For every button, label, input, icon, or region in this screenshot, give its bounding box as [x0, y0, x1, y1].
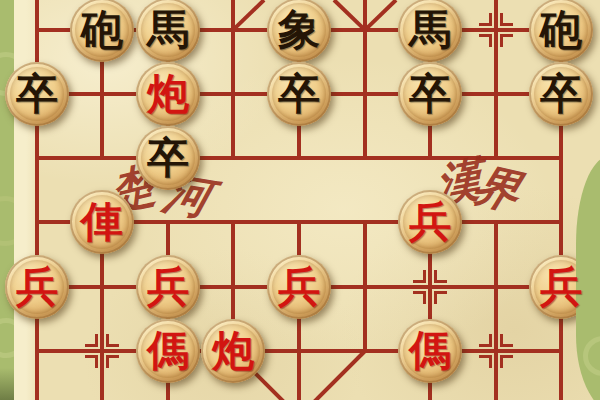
- piece-red-horse-g7[interactable]: 傌: [398, 319, 462, 383]
- marker-bracket: [106, 355, 119, 368]
- marker-bracket: [434, 291, 447, 304]
- point-marker-g6: [412, 269, 448, 305]
- point-marker-b7: [84, 333, 120, 369]
- piece-black-cannon-b2[interactable]: 砲: [70, 0, 134, 62]
- piece-black-cannon-i2[interactable]: 砲: [529, 0, 593, 62]
- piece-red-soldier-a6[interactable]: 兵: [5, 255, 69, 319]
- marker-bracket: [85, 334, 98, 347]
- piece-character: 兵: [409, 201, 451, 243]
- grid-line: [35, 0, 39, 400]
- piece-black-horse-g2[interactable]: 馬: [398, 0, 462, 62]
- marker-bracket: [479, 13, 492, 26]
- grid-line: [333, 0, 367, 31]
- piece-character: 炮: [147, 73, 189, 115]
- piece-black-elephant-e2[interactable]: 象: [267, 0, 331, 62]
- marker-bracket: [106, 334, 119, 347]
- piece-character: 傌: [147, 330, 189, 372]
- piece-black-soldier-c4[interactable]: 卒: [136, 126, 200, 190]
- marker-bracket: [500, 355, 513, 368]
- point-marker-h2: [478, 12, 514, 48]
- piece-red-soldier-e6[interactable]: 兵: [267, 255, 331, 319]
- piece-character: 卒: [147, 137, 189, 179]
- piece-black-soldier-e3[interactable]: 卒: [267, 62, 331, 126]
- piece-red-cannon-c3[interactable]: 炮: [136, 62, 200, 126]
- piece-character: 馬: [147, 9, 189, 51]
- piece-black-horse-c2[interactable]: 馬: [136, 0, 200, 62]
- piece-red-soldier-g5[interactable]: 兵: [398, 190, 462, 254]
- piece-black-soldier-g3[interactable]: 卒: [398, 62, 462, 126]
- marker-bracket: [479, 355, 492, 368]
- piece-black-soldier-a3[interactable]: 卒: [5, 62, 69, 126]
- marker-bracket: [479, 34, 492, 47]
- piece-character: 傌: [409, 330, 451, 372]
- piece-character: 兵: [16, 266, 58, 308]
- piece-character: 象: [278, 9, 320, 51]
- piece-red-cannon-d7[interactable]: 炮: [201, 319, 265, 383]
- xiangqi-board[interactable]: 楚 河 漢 界 砲馬象馬砲卒炮卒卒卒卒俥兵兵兵兵兵傌炮傌: [14, 0, 600, 400]
- grid-line: [494, 220, 498, 400]
- margin-shadow: [0, 368, 14, 400]
- marker-bracket: [479, 334, 492, 347]
- marker-bracket: [413, 291, 426, 304]
- marker-bracket: [500, 34, 513, 47]
- piece-character: 馬: [409, 9, 451, 51]
- point-marker-h7: [478, 333, 514, 369]
- marker-bracket: [434, 270, 447, 283]
- marker-bracket: [413, 270, 426, 283]
- piece-character: 兵: [278, 266, 320, 308]
- marker-bracket: [85, 355, 98, 368]
- grid-line: [313, 350, 367, 400]
- piece-character: 兵: [540, 266, 582, 308]
- piece-red-soldier-c6[interactable]: 兵: [136, 255, 200, 319]
- piece-character: 兵: [147, 266, 189, 308]
- piece-black-soldier-i3[interactable]: 卒: [529, 62, 593, 126]
- piece-character: 俥: [81, 201, 123, 243]
- piece-red-horse-c7[interactable]: 傌: [136, 319, 200, 383]
- piece-character: 卒: [16, 73, 58, 115]
- piece-character: 卒: [540, 73, 582, 115]
- piece-character: 卒: [278, 73, 320, 115]
- marker-bracket: [500, 13, 513, 26]
- piece-character: 砲: [81, 9, 123, 51]
- grid-line: [232, 0, 266, 31]
- piece-character: 卒: [409, 73, 451, 115]
- grid-line: [363, 220, 367, 353]
- piece-character: 砲: [540, 9, 582, 51]
- marker-bracket: [500, 334, 513, 347]
- piece-red-chariot-b5[interactable]: 俥: [70, 190, 134, 254]
- xiangqi-app-screen: 楚 河 漢 界 砲馬象馬砲卒炮卒卒卒卒俥兵兵兵兵兵傌炮傌: [0, 0, 600, 400]
- piece-character: 炮: [212, 330, 254, 372]
- grid-line: [364, 0, 398, 31]
